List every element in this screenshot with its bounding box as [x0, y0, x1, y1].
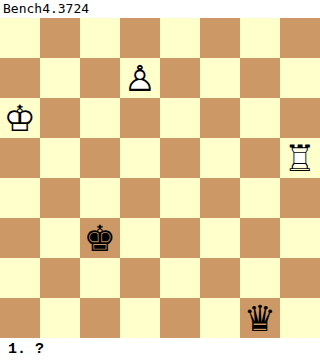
white-pawn-outline: ♙: [120, 58, 160, 98]
window-title: Bench4.3724: [0, 0, 89, 18]
square-g6[interactable]: [240, 98, 280, 138]
square-a5[interactable]: [0, 138, 40, 178]
chess-board: ♟♙♚♔♜♖♚♛: [0, 18, 320, 338]
square-f8[interactable]: [200, 18, 240, 58]
square-g2[interactable]: [240, 258, 280, 298]
square-h4[interactable]: [280, 178, 320, 218]
white-pawn: ♟♙: [120, 58, 160, 98]
square-f7[interactable]: [200, 58, 240, 98]
square-g7[interactable]: [240, 58, 280, 98]
square-h8[interactable]: [280, 18, 320, 58]
square-b1[interactable]: [40, 298, 80, 338]
chess-app-window: Bench4.3724 ♟♙♚♔♜♖♚♛ 1. ?: [0, 0, 320, 360]
square-d1[interactable]: [120, 298, 160, 338]
square-h2[interactable]: [280, 258, 320, 298]
black-queen-glyph: ♛: [240, 298, 280, 338]
square-d8[interactable]: [120, 18, 160, 58]
square-a7[interactable]: [0, 58, 40, 98]
square-a4[interactable]: [0, 178, 40, 218]
square-h6[interactable]: [280, 98, 320, 138]
square-h5[interactable]: ♜♖: [280, 138, 320, 178]
square-b6[interactable]: [40, 98, 80, 138]
square-d2[interactable]: [120, 258, 160, 298]
square-d3[interactable]: [120, 218, 160, 258]
status-bar: 1. ?: [0, 338, 320, 360]
square-g1[interactable]: ♛: [240, 298, 280, 338]
move-prompt: 1. ?: [0, 341, 44, 358]
white-king: ♚♔: [0, 98, 40, 138]
square-h1[interactable]: [280, 298, 320, 338]
white-king-outline: ♔: [0, 98, 40, 138]
square-c5[interactable]: [80, 138, 120, 178]
square-h3[interactable]: [280, 218, 320, 258]
square-d4[interactable]: [120, 178, 160, 218]
square-b2[interactable]: [40, 258, 80, 298]
square-h7[interactable]: [280, 58, 320, 98]
square-e1[interactable]: [160, 298, 200, 338]
square-g3[interactable]: [240, 218, 280, 258]
black-king-glyph: ♚: [80, 218, 120, 258]
white-rook: ♜♖: [280, 138, 320, 178]
black-king: ♚: [80, 218, 120, 258]
black-queen: ♛: [240, 298, 280, 338]
square-a8[interactable]: [0, 18, 40, 58]
square-c1[interactable]: [80, 298, 120, 338]
square-e3[interactable]: [160, 218, 200, 258]
square-c3[interactable]: ♚: [80, 218, 120, 258]
square-c4[interactable]: [80, 178, 120, 218]
square-a1[interactable]: [0, 298, 40, 338]
square-b7[interactable]: [40, 58, 80, 98]
square-d5[interactable]: [120, 138, 160, 178]
square-f2[interactable]: [200, 258, 240, 298]
square-f5[interactable]: [200, 138, 240, 178]
square-a6[interactable]: ♚♔: [0, 98, 40, 138]
square-e8[interactable]: [160, 18, 200, 58]
square-e4[interactable]: [160, 178, 200, 218]
square-b5[interactable]: [40, 138, 80, 178]
square-c8[interactable]: [80, 18, 120, 58]
square-e2[interactable]: [160, 258, 200, 298]
square-g4[interactable]: [240, 178, 280, 218]
square-c7[interactable]: [80, 58, 120, 98]
square-g8[interactable]: [240, 18, 280, 58]
square-d7[interactable]: ♟♙: [120, 58, 160, 98]
square-f1[interactable]: [200, 298, 240, 338]
square-f4[interactable]: [200, 178, 240, 218]
square-e5[interactable]: [160, 138, 200, 178]
white-rook-outline: ♖: [280, 138, 320, 178]
square-b3[interactable]: [40, 218, 80, 258]
square-d6[interactable]: [120, 98, 160, 138]
square-a3[interactable]: [0, 218, 40, 258]
square-c2[interactable]: [80, 258, 120, 298]
square-f3[interactable]: [200, 218, 240, 258]
title-bar: Bench4.3724: [0, 0, 320, 18]
square-e6[interactable]: [160, 98, 200, 138]
square-g5[interactable]: [240, 138, 280, 178]
square-c6[interactable]: [80, 98, 120, 138]
square-a2[interactable]: [0, 258, 40, 298]
square-b8[interactable]: [40, 18, 80, 58]
square-f6[interactable]: [200, 98, 240, 138]
square-b4[interactable]: [40, 178, 80, 218]
square-e7[interactable]: [160, 58, 200, 98]
